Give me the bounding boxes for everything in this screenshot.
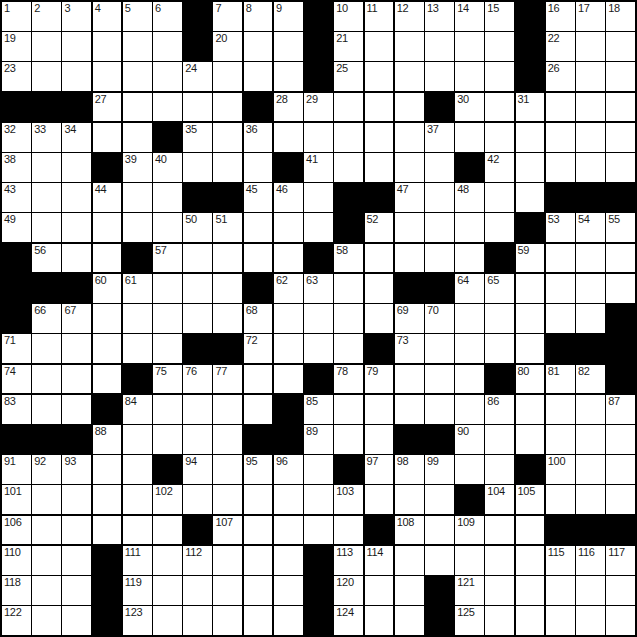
white-cell-r21c12[interactable]: 124 xyxy=(334,606,363,635)
white-cell-r1c3[interactable]: 3 xyxy=(62,2,91,31)
white-cell-r15c8[interactable] xyxy=(213,425,242,454)
white-cell-r19c12[interactable]: 113 xyxy=(334,546,363,575)
white-cell-r1c21[interactable]: 18 xyxy=(606,2,635,31)
white-cell-r16c5[interactable] xyxy=(123,455,152,484)
white-cell-r5c3[interactable]: 34 xyxy=(62,123,91,152)
white-cell-r17c11[interactable] xyxy=(304,485,333,514)
white-cell-r12c12[interactable] xyxy=(334,334,363,363)
white-cell-r16c2[interactable]: 92 xyxy=(32,455,61,484)
white-cell-r19c10[interactable] xyxy=(274,546,303,575)
white-cell-r8c2[interactable] xyxy=(32,213,61,242)
white-cell-r17c8[interactable] xyxy=(213,485,242,514)
white-cell-r2c10[interactable] xyxy=(274,32,303,61)
white-cell-r6c21[interactable] xyxy=(606,153,635,182)
white-cell-r16c4[interactable] xyxy=(93,455,122,484)
white-cell-r11c20[interactable] xyxy=(576,304,605,333)
white-cell-r17c14[interactable] xyxy=(395,485,424,514)
white-cell-r8c13[interactable]: 52 xyxy=(365,213,394,242)
white-cell-r14c19[interactable] xyxy=(546,395,575,424)
white-cell-r11c9[interactable]: 68 xyxy=(244,304,273,333)
white-cell-r20c14[interactable] xyxy=(395,576,424,605)
white-cell-r18c16[interactable]: 109 xyxy=(455,516,484,545)
white-cell-r4c12[interactable] xyxy=(334,93,363,122)
white-cell-r16c10[interactable]: 96 xyxy=(274,455,303,484)
white-cell-r15c12[interactable] xyxy=(334,425,363,454)
white-cell-r3c17[interactable] xyxy=(485,62,514,91)
white-cell-r5c12[interactable] xyxy=(334,123,363,152)
white-cell-r1c8[interactable]: 7 xyxy=(213,2,242,31)
white-cell-r9c19[interactable] xyxy=(546,244,575,273)
white-cell-r13c7[interactable]: 76 xyxy=(183,365,212,394)
white-cell-r15c5[interactable] xyxy=(123,425,152,454)
white-cell-r19c15[interactable] xyxy=(425,546,454,575)
white-cell-r20c2[interactable] xyxy=(32,576,61,605)
white-cell-r10c18[interactable] xyxy=(516,274,545,303)
white-cell-r9c20[interactable] xyxy=(576,244,605,273)
white-cell-r20c13[interactable] xyxy=(365,576,394,605)
white-cell-r14c15[interactable] xyxy=(425,395,454,424)
white-cell-r6c8[interactable] xyxy=(213,153,242,182)
white-cell-r6c19[interactable] xyxy=(546,153,575,182)
white-cell-r1c9[interactable]: 8 xyxy=(244,2,273,31)
white-cell-r20c3[interactable] xyxy=(62,576,91,605)
white-cell-r18c6[interactable] xyxy=(153,516,182,545)
white-cell-r9c21[interactable] xyxy=(606,244,635,273)
white-cell-r12c4[interactable] xyxy=(93,334,122,363)
white-cell-r1c12[interactable]: 10 xyxy=(334,2,363,31)
white-cell-r21c7[interactable] xyxy=(183,606,212,635)
white-cell-r3c1[interactable]: 23 xyxy=(2,62,31,91)
white-cell-r10c4[interactable]: 60 xyxy=(93,274,122,303)
white-cell-r16c19[interactable]: 100 xyxy=(546,455,575,484)
white-cell-r15c13[interactable] xyxy=(365,425,394,454)
white-cell-r9c7[interactable] xyxy=(183,244,212,273)
white-cell-r2c2[interactable] xyxy=(32,32,61,61)
white-cell-r8c8[interactable]: 51 xyxy=(213,213,242,242)
white-cell-r12c14[interactable]: 73 xyxy=(395,334,424,363)
white-cell-r16c7[interactable]: 94 xyxy=(183,455,212,484)
white-cell-r14c1[interactable]: 83 xyxy=(2,395,31,424)
white-cell-r7c14[interactable]: 47 xyxy=(395,183,424,212)
white-cell-r7c9[interactable]: 45 xyxy=(244,183,273,212)
white-cell-r17c5[interactable] xyxy=(123,485,152,514)
white-cell-r19c17[interactable] xyxy=(485,546,514,575)
white-cell-r21c14[interactable] xyxy=(395,606,424,635)
white-cell-r19c14[interactable] xyxy=(395,546,424,575)
white-cell-r4c20[interactable] xyxy=(576,93,605,122)
white-cell-r21c13[interactable] xyxy=(365,606,394,635)
white-cell-r12c1[interactable]: 71 xyxy=(2,334,31,363)
white-cell-r1c1[interactable]: 1 xyxy=(2,2,31,31)
white-cell-r11c4[interactable] xyxy=(93,304,122,333)
white-cell-r4c16[interactable]: 30 xyxy=(455,93,484,122)
white-cell-r13c8[interactable]: 77 xyxy=(213,365,242,394)
white-cell-r14c7[interactable] xyxy=(183,395,212,424)
white-cell-r16c8[interactable] xyxy=(213,455,242,484)
white-cell-r8c20[interactable]: 54 xyxy=(576,213,605,242)
white-cell-r10c5[interactable]: 61 xyxy=(123,274,152,303)
white-cell-r10c17[interactable]: 65 xyxy=(485,274,514,303)
white-cell-r10c21[interactable] xyxy=(606,274,635,303)
white-cell-r17c21[interactable] xyxy=(606,485,635,514)
white-cell-r20c5[interactable]: 119 xyxy=(123,576,152,605)
white-cell-r6c17[interactable]: 42 xyxy=(485,153,514,182)
white-cell-r3c14[interactable] xyxy=(395,62,424,91)
white-cell-r20c12[interactable]: 120 xyxy=(334,576,363,605)
white-cell-r15c18[interactable] xyxy=(516,425,545,454)
white-cell-r2c17[interactable] xyxy=(485,32,514,61)
white-cell-r13c14[interactable] xyxy=(395,365,424,394)
white-cell-r18c10[interactable] xyxy=(274,516,303,545)
white-cell-r2c14[interactable] xyxy=(395,32,424,61)
white-cell-r13c6[interactable]: 75 xyxy=(153,365,182,394)
white-cell-r9c16[interactable] xyxy=(455,244,484,273)
white-cell-r16c13[interactable]: 97 xyxy=(365,455,394,484)
white-cell-r5c20[interactable] xyxy=(576,123,605,152)
white-cell-r9c10[interactable] xyxy=(274,244,303,273)
white-cell-r18c14[interactable]: 108 xyxy=(395,516,424,545)
white-cell-r8c17[interactable] xyxy=(485,213,514,242)
white-cell-r5c19[interactable] xyxy=(546,123,575,152)
white-cell-r5c5[interactable] xyxy=(123,123,152,152)
white-cell-r18c5[interactable] xyxy=(123,516,152,545)
white-cell-r21c16[interactable]: 125 xyxy=(455,606,484,635)
white-cell-r7c3[interactable] xyxy=(62,183,91,212)
white-cell-r16c3[interactable]: 93 xyxy=(62,455,91,484)
white-cell-r11c7[interactable] xyxy=(183,304,212,333)
white-cell-r7c4[interactable]: 44 xyxy=(93,183,122,212)
white-cell-r21c10[interactable] xyxy=(274,606,303,635)
white-cell-r20c9[interactable] xyxy=(244,576,273,605)
white-cell-r9c14[interactable] xyxy=(395,244,424,273)
white-cell-r3c20[interactable] xyxy=(576,62,605,91)
white-cell-r2c5[interactable] xyxy=(123,32,152,61)
white-cell-r21c1[interactable]: 122 xyxy=(2,606,31,635)
white-cell-r20c8[interactable] xyxy=(213,576,242,605)
white-cell-r2c4[interactable] xyxy=(93,32,122,61)
white-cell-r18c12[interactable] xyxy=(334,516,363,545)
white-cell-r20c19[interactable] xyxy=(546,576,575,605)
white-cell-r1c13[interactable]: 11 xyxy=(365,2,394,31)
white-cell-r21c2[interactable] xyxy=(32,606,61,635)
white-cell-r14c20[interactable] xyxy=(576,395,605,424)
white-cell-r1c19[interactable]: 16 xyxy=(546,2,575,31)
white-cell-r8c5[interactable] xyxy=(123,213,152,242)
white-cell-r5c18[interactable] xyxy=(516,123,545,152)
white-cell-r19c5[interactable]: 111 xyxy=(123,546,152,575)
white-cell-r14c17[interactable]: 86 xyxy=(485,395,514,424)
white-cell-r15c11[interactable]: 89 xyxy=(304,425,333,454)
white-cell-r14c2[interactable] xyxy=(32,395,61,424)
white-cell-r12c15[interactable] xyxy=(425,334,454,363)
white-cell-r13c19[interactable]: 81 xyxy=(546,365,575,394)
white-cell-r5c4[interactable] xyxy=(93,123,122,152)
white-cell-r7c1[interactable]: 43 xyxy=(2,183,31,212)
white-cell-r5c10[interactable] xyxy=(274,123,303,152)
white-cell-r1c17[interactable]: 15 xyxy=(485,2,514,31)
white-cell-r3c15[interactable] xyxy=(425,62,454,91)
white-cell-r14c21[interactable]: 87 xyxy=(606,395,635,424)
white-cell-r21c9[interactable] xyxy=(244,606,273,635)
white-cell-r5c14[interactable] xyxy=(395,123,424,152)
white-cell-r17c18[interactable]: 105 xyxy=(516,485,545,514)
white-cell-r1c10[interactable]: 9 xyxy=(274,2,303,31)
white-cell-r4c7[interactable] xyxy=(183,93,212,122)
white-cell-r18c2[interactable] xyxy=(32,516,61,545)
white-cell-r3c9[interactable] xyxy=(244,62,273,91)
white-cell-r20c20[interactable] xyxy=(576,576,605,605)
white-cell-r21c21[interactable] xyxy=(606,606,635,635)
white-cell-r7c15[interactable] xyxy=(425,183,454,212)
white-cell-r5c9[interactable]: 36 xyxy=(244,123,273,152)
white-cell-r17c17[interactable]: 104 xyxy=(485,485,514,514)
white-cell-r9c2[interactable]: 56 xyxy=(32,244,61,273)
white-cell-r20c21[interactable] xyxy=(606,576,635,605)
white-cell-r6c1[interactable]: 38 xyxy=(2,153,31,182)
white-cell-r2c9[interactable] xyxy=(244,32,273,61)
white-cell-r14c13[interactable] xyxy=(365,395,394,424)
white-cell-r3c16[interactable] xyxy=(455,62,484,91)
white-cell-r11c19[interactable] xyxy=(546,304,575,333)
white-cell-r19c20[interactable]: 116 xyxy=(576,546,605,575)
white-cell-r17c19[interactable] xyxy=(546,485,575,514)
white-cell-r8c11[interactable] xyxy=(304,213,333,242)
white-cell-r15c6[interactable] xyxy=(153,425,182,454)
white-cell-r3c4[interactable] xyxy=(93,62,122,91)
white-cell-r2c15[interactable] xyxy=(425,32,454,61)
white-cell-r7c10[interactable]: 46 xyxy=(274,183,303,212)
white-cell-r13c3[interactable] xyxy=(62,365,91,394)
white-cell-r19c21[interactable]: 117 xyxy=(606,546,635,575)
white-cell-r19c6[interactable] xyxy=(153,546,182,575)
white-cell-r20c18[interactable] xyxy=(516,576,545,605)
white-cell-r12c18[interactable] xyxy=(516,334,545,363)
white-cell-r15c7[interactable] xyxy=(183,425,212,454)
white-cell-r14c3[interactable] xyxy=(62,395,91,424)
white-cell-r4c4[interactable]: 27 xyxy=(93,93,122,122)
white-cell-r11c10[interactable] xyxy=(274,304,303,333)
white-cell-r21c17[interactable] xyxy=(485,606,514,635)
white-cell-r1c15[interactable]: 13 xyxy=(425,2,454,31)
white-cell-r11c16[interactable] xyxy=(455,304,484,333)
white-cell-r6c9[interactable] xyxy=(244,153,273,182)
white-cell-r8c7[interactable]: 50 xyxy=(183,213,212,242)
white-cell-r3c10[interactable] xyxy=(274,62,303,91)
white-cell-r12c9[interactable]: 72 xyxy=(244,334,273,363)
white-cell-r2c3[interactable] xyxy=(62,32,91,61)
white-cell-r12c6[interactable] xyxy=(153,334,182,363)
white-cell-r8c21[interactable]: 55 xyxy=(606,213,635,242)
white-cell-r6c11[interactable]: 41 xyxy=(304,153,333,182)
white-cell-r7c2[interactable] xyxy=(32,183,61,212)
white-cell-r4c21[interactable] xyxy=(606,93,635,122)
white-cell-r5c16[interactable] xyxy=(455,123,484,152)
white-cell-r17c9[interactable] xyxy=(244,485,273,514)
white-cell-r8c15[interactable] xyxy=(425,213,454,242)
white-cell-r10c16[interactable]: 64 xyxy=(455,274,484,303)
white-cell-r1c5[interactable]: 5 xyxy=(123,2,152,31)
white-cell-r9c8[interactable] xyxy=(213,244,242,273)
white-cell-r21c6[interactable] xyxy=(153,606,182,635)
white-cell-r21c19[interactable] xyxy=(546,606,575,635)
white-cell-r4c17[interactable] xyxy=(485,93,514,122)
white-cell-r12c3[interactable] xyxy=(62,334,91,363)
white-cell-r5c13[interactable] xyxy=(365,123,394,152)
white-cell-r21c5[interactable]: 123 xyxy=(123,606,152,635)
white-cell-r4c6[interactable] xyxy=(153,93,182,122)
white-cell-r6c5[interactable]: 39 xyxy=(123,153,152,182)
white-cell-r12c16[interactable] xyxy=(455,334,484,363)
white-cell-r8c1[interactable]: 49 xyxy=(2,213,31,242)
white-cell-r15c4[interactable]: 88 xyxy=(93,425,122,454)
white-cell-r19c7[interactable]: 112 xyxy=(183,546,212,575)
white-cell-r6c18[interactable] xyxy=(516,153,545,182)
white-cell-r4c14[interactable] xyxy=(395,93,424,122)
white-cell-r10c8[interactable] xyxy=(213,274,242,303)
white-cell-r6c7[interactable] xyxy=(183,153,212,182)
white-cell-r15c16[interactable]: 90 xyxy=(455,425,484,454)
white-cell-r10c10[interactable]: 62 xyxy=(274,274,303,303)
white-cell-r19c19[interactable]: 115 xyxy=(546,546,575,575)
white-cell-r2c13[interactable] xyxy=(365,32,394,61)
white-cell-r2c21[interactable] xyxy=(606,32,635,61)
white-cell-r21c8[interactable] xyxy=(213,606,242,635)
white-cell-r13c20[interactable]: 82 xyxy=(576,365,605,394)
white-cell-r11c11[interactable] xyxy=(304,304,333,333)
white-cell-r17c1[interactable]: 101 xyxy=(2,485,31,514)
white-cell-r12c2[interactable] xyxy=(32,334,61,363)
white-cell-r12c11[interactable] xyxy=(304,334,333,363)
white-cell-r16c17[interactable] xyxy=(485,455,514,484)
white-cell-r5c8[interactable] xyxy=(213,123,242,152)
white-cell-r13c13[interactable]: 79 xyxy=(365,365,394,394)
white-cell-r9c15[interactable] xyxy=(425,244,454,273)
white-cell-r14c11[interactable]: 85 xyxy=(304,395,333,424)
white-cell-r8c6[interactable] xyxy=(153,213,182,242)
white-cell-r16c14[interactable]: 98 xyxy=(395,455,424,484)
white-cell-r15c21[interactable] xyxy=(606,425,635,454)
white-cell-r3c13[interactable] xyxy=(365,62,394,91)
white-cell-r3c8[interactable] xyxy=(213,62,242,91)
white-cell-r12c5[interactable] xyxy=(123,334,152,363)
white-cell-r17c6[interactable]: 102 xyxy=(153,485,182,514)
white-cell-r19c18[interactable] xyxy=(516,546,545,575)
white-cell-r7c16[interactable]: 48 xyxy=(455,183,484,212)
white-cell-r4c11[interactable]: 29 xyxy=(304,93,333,122)
white-cell-r4c10[interactable]: 28 xyxy=(274,93,303,122)
white-cell-r19c2[interactable] xyxy=(32,546,61,575)
white-cell-r7c11[interactable] xyxy=(304,183,333,212)
white-cell-r11c12[interactable] xyxy=(334,304,363,333)
white-cell-r2c16[interactable] xyxy=(455,32,484,61)
white-cell-r5c17[interactable] xyxy=(485,123,514,152)
white-cell-r18c17[interactable] xyxy=(485,516,514,545)
white-cell-r11c5[interactable] xyxy=(123,304,152,333)
white-cell-r20c16[interactable]: 121 xyxy=(455,576,484,605)
white-cell-r19c1[interactable]: 110 xyxy=(2,546,31,575)
white-cell-r14c14[interactable] xyxy=(395,395,424,424)
white-cell-r6c12[interactable] xyxy=(334,153,363,182)
white-cell-r11c15[interactable]: 70 xyxy=(425,304,454,333)
white-cell-r7c17[interactable] xyxy=(485,183,514,212)
white-cell-r16c9[interactable]: 95 xyxy=(244,455,273,484)
white-cell-r9c12[interactable]: 58 xyxy=(334,244,363,273)
white-cell-r14c8[interactable] xyxy=(213,395,242,424)
white-cell-r16c20[interactable] xyxy=(576,455,605,484)
white-cell-r14c6[interactable] xyxy=(153,395,182,424)
white-cell-r2c19[interactable]: 22 xyxy=(546,32,575,61)
white-cell-r11c8[interactable] xyxy=(213,304,242,333)
white-cell-r16c11[interactable] xyxy=(304,455,333,484)
white-cell-r9c4[interactable] xyxy=(93,244,122,273)
white-cell-r9c3[interactable] xyxy=(62,244,91,273)
white-cell-r17c20[interactable] xyxy=(576,485,605,514)
white-cell-r6c14[interactable] xyxy=(395,153,424,182)
white-cell-r10c12[interactable] xyxy=(334,274,363,303)
white-cell-r10c20[interactable] xyxy=(576,274,605,303)
white-cell-r8c4[interactable] xyxy=(93,213,122,242)
white-cell-r9c18[interactable]: 59 xyxy=(516,244,545,273)
white-cell-r7c18[interactable] xyxy=(516,183,545,212)
white-cell-r3c5[interactable] xyxy=(123,62,152,91)
white-cell-r7c6[interactable] xyxy=(153,183,182,212)
white-cell-r10c7[interactable] xyxy=(183,274,212,303)
white-cell-r19c16[interactable] xyxy=(455,546,484,575)
white-cell-r18c4[interactable] xyxy=(93,516,122,545)
white-cell-r18c9[interactable] xyxy=(244,516,273,545)
white-cell-r13c12[interactable]: 78 xyxy=(334,365,363,394)
white-cell-r1c14[interactable]: 12 xyxy=(395,2,424,31)
white-cell-r20c17[interactable] xyxy=(485,576,514,605)
white-cell-r18c11[interactable] xyxy=(304,516,333,545)
white-cell-r16c15[interactable]: 99 xyxy=(425,455,454,484)
white-cell-r2c1[interactable]: 19 xyxy=(2,32,31,61)
white-cell-r8c14[interactable] xyxy=(395,213,424,242)
white-cell-r6c13[interactable] xyxy=(365,153,394,182)
white-cell-r2c12[interactable]: 21 xyxy=(334,32,363,61)
white-cell-r11c3[interactable]: 67 xyxy=(62,304,91,333)
white-cell-r10c11[interactable]: 63 xyxy=(304,274,333,303)
white-cell-r5c11[interactable] xyxy=(304,123,333,152)
white-cell-r3c6[interactable] xyxy=(153,62,182,91)
white-cell-r17c4[interactable] xyxy=(93,485,122,514)
white-cell-r2c8[interactable]: 20 xyxy=(213,32,242,61)
white-cell-r11c6[interactable] xyxy=(153,304,182,333)
white-cell-r11c2[interactable]: 66 xyxy=(32,304,61,333)
white-cell-r1c2[interactable]: 2 xyxy=(32,2,61,31)
white-cell-r9c6[interactable]: 57 xyxy=(153,244,182,273)
white-cell-r16c1[interactable]: 91 xyxy=(2,455,31,484)
white-cell-r13c10[interactable] xyxy=(274,365,303,394)
white-cell-r5c7[interactable]: 35 xyxy=(183,123,212,152)
white-cell-r18c18[interactable] xyxy=(516,516,545,545)
white-cell-r8c19[interactable]: 53 xyxy=(546,213,575,242)
white-cell-r19c8[interactable] xyxy=(213,546,242,575)
white-cell-r15c19[interactable] xyxy=(546,425,575,454)
white-cell-r4c13[interactable] xyxy=(365,93,394,122)
white-cell-r2c6[interactable] xyxy=(153,32,182,61)
white-cell-r15c17[interactable] xyxy=(485,425,514,454)
white-cell-r13c16[interactable] xyxy=(455,365,484,394)
white-cell-r16c21[interactable] xyxy=(606,455,635,484)
white-cell-r14c12[interactable] xyxy=(334,395,363,424)
white-cell-r11c17[interactable] xyxy=(485,304,514,333)
white-cell-r13c15[interactable] xyxy=(425,365,454,394)
white-cell-r5c15[interactable]: 37 xyxy=(425,123,454,152)
white-cell-r18c1[interactable]: 106 xyxy=(2,516,31,545)
white-cell-r10c6[interactable] xyxy=(153,274,182,303)
white-cell-r19c13[interactable]: 114 xyxy=(365,546,394,575)
